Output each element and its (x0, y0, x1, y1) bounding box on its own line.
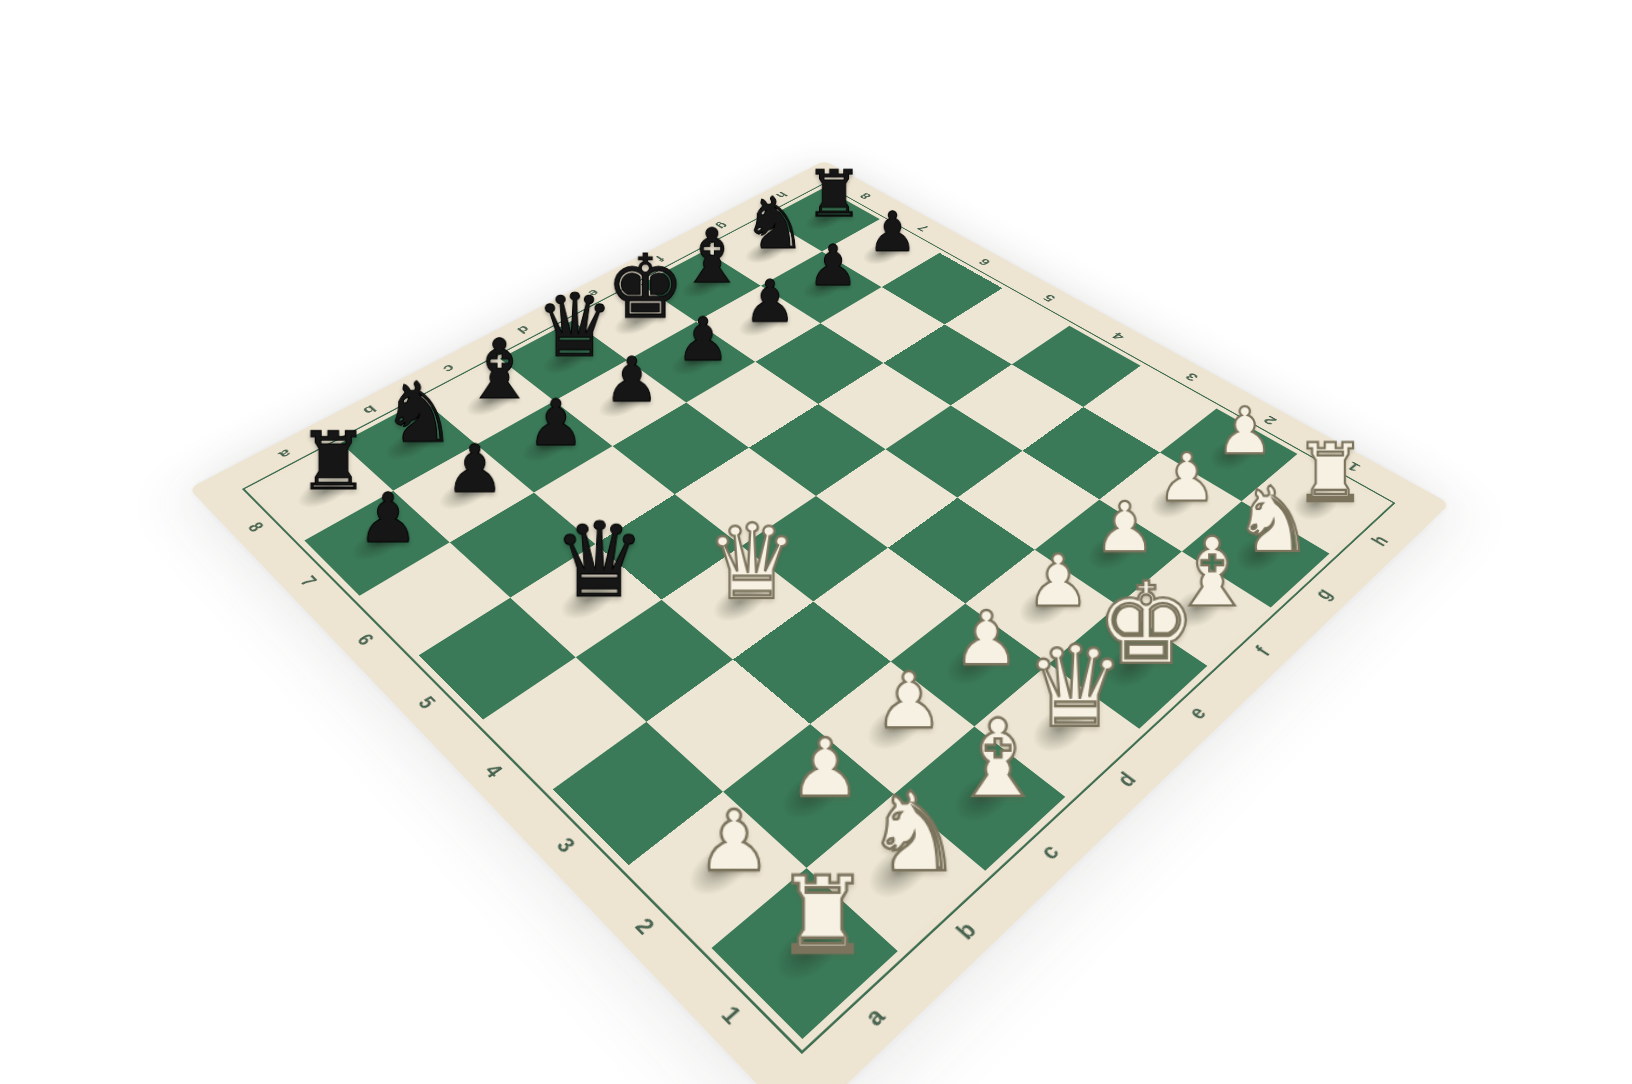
white-pawn-icon: ♟ (1026, 548, 1090, 616)
black-pawn-icon: ♟ (868, 207, 917, 259)
coords-left-label-7: 7 (297, 573, 321, 589)
black-queen-icon: ♛ (553, 512, 646, 610)
white-rook-icon: ♜ (775, 866, 870, 967)
white-pawn-icon: ♟ (953, 605, 1020, 676)
black-pawn-icon: ♟ (744, 275, 796, 330)
white-pawn-icon: ♟ (697, 803, 772, 883)
black-pawn-icon: ♟ (358, 487, 420, 552)
black-pawn-icon: ♟ (808, 240, 859, 294)
coords-right-label-6: 6 (976, 257, 993, 267)
coords-right-label-5: 5 (1040, 293, 1058, 304)
white-pawn-icon: ♟ (1157, 447, 1217, 510)
black-pawn-icon: ♟ (604, 352, 660, 411)
coords-left-label-2: 2 (631, 913, 659, 938)
coords-left-label-3: 3 (552, 833, 579, 855)
product-photo-stage: abcdefgh abcdefgh 87654321 87654321 ♜♞♝♛… (0, 0, 1632, 1084)
white-pawn-icon: ♟ (1094, 496, 1156, 562)
perspective-scene: abcdefgh abcdefgh 87654321 87654321 ♜♞♝♛… (0, 0, 1632, 1084)
white-knight-icon: ♞ (865, 781, 963, 885)
coords-left-label-1: 1 (717, 1001, 746, 1028)
chess-board: ♜♞♝♛♚♝♞♜♟♟♟♟♟♟♟♟♛♛♟♟♟♟♟♟♟♟♜♞♝♛♚♝♞♜ (253, 188, 1384, 1039)
white-bishop-icon: ♝ (950, 708, 1046, 810)
black-pawn-icon: ♟ (527, 394, 584, 455)
white-queen-icon: ♛ (705, 514, 798, 613)
coords-right-label-4: 4 (1109, 330, 1127, 341)
coords-left-label-4: 4 (480, 760, 506, 781)
white-pawn-icon: ♟ (875, 665, 944, 738)
coords-left-label-8: 8 (244, 519, 267, 534)
coords-left-label-6: 6 (353, 630, 377, 648)
black-pawn-icon: ♟ (445, 439, 504, 502)
coords-left-label-5: 5 (414, 693, 439, 712)
white-pawn-icon: ♟ (789, 731, 861, 807)
white-pawn-icon: ♟ (1216, 402, 1274, 463)
vinyl-chess-mat: abcdefgh abcdefgh 87654321 87654321 ♜♞♝♛… (189, 161, 1450, 1084)
black-rook-icon: ♜ (805, 164, 863, 226)
coords-right-label-3: 3 (1182, 371, 1200, 383)
black-pawn-icon: ♟ (676, 312, 730, 369)
